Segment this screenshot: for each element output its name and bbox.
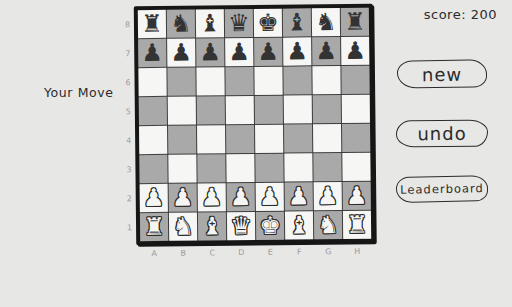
piece-white-rook[interactable]: ♜ — [143, 215, 165, 239]
piece-white-pawn[interactable]: ♟ — [143, 186, 165, 210]
square-h4[interactable] — [342, 124, 370, 152]
piece-white-knight[interactable]: ♞ — [317, 213, 339, 237]
square-a7[interactable]: ♟ — [138, 39, 166, 67]
leaderboard-button[interactable]: Leaderboard — [396, 175, 489, 203]
square-b6[interactable] — [167, 68, 195, 96]
piece-white-queen[interactable]: ♛ — [230, 214, 252, 238]
square-g2[interactable]: ♟ — [314, 182, 342, 210]
square-g4[interactable] — [313, 124, 341, 152]
square-h6[interactable] — [341, 66, 369, 94]
square-b7[interactable]: ♟ — [167, 39, 195, 67]
piece-black-rook[interactable]: ♜ — [344, 10, 366, 34]
rank-label-7: 7 — [121, 39, 134, 67]
piece-white-pawn[interactable]: ♟ — [317, 184, 339, 208]
rank-label-3: 3 — [122, 155, 135, 183]
file-labels: ABCDEFGH — [136, 247, 371, 258]
file-label-b: B — [169, 249, 197, 258]
square-d8[interactable]: ♛ — [225, 9, 253, 37]
rank-label-6: 6 — [121, 68, 134, 96]
square-e2[interactable]: ♟ — [256, 183, 284, 211]
status-your-move: Your Move — [44, 85, 114, 100]
piece-white-pawn[interactable]: ♟ — [288, 184, 310, 208]
square-c5[interactable] — [197, 96, 225, 124]
piece-white-pawn[interactable]: ♟ — [230, 185, 252, 209]
score-value: 200 — [471, 7, 497, 22]
piece-black-pawn[interactable]: ♟ — [315, 39, 337, 63]
square-h1[interactable]: ♜ — [343, 211, 371, 239]
file-label-a: A — [140, 249, 168, 258]
square-g5[interactable] — [313, 95, 341, 123]
piece-white-bishop[interactable]: ♝ — [201, 214, 223, 238]
square-h7[interactable]: ♟ — [341, 37, 369, 65]
square-c7[interactable]: ♟ — [196, 38, 224, 66]
square-d6[interactable] — [225, 67, 253, 95]
square-h3[interactable] — [342, 153, 370, 181]
square-d3[interactable] — [226, 154, 254, 182]
board-area: 87654321 ♜♞♝♛♚♝♞♜♟♟♟♟♟♟♟♟♟♟♟♟♟♟♟♟♜♞♝♛♚♝♞… — [121, 4, 375, 246]
square-h8[interactable]: ♜ — [341, 8, 369, 36]
piece-black-pawn[interactable]: ♟ — [286, 39, 308, 63]
piece-white-pawn[interactable]: ♟ — [259, 185, 281, 209]
square-f2[interactable]: ♟ — [285, 182, 313, 210]
square-b3[interactable] — [168, 155, 196, 183]
piece-white-rook[interactable]: ♜ — [346, 213, 368, 237]
square-e7[interactable]: ♟ — [254, 38, 282, 66]
square-f6[interactable] — [283, 66, 311, 94]
file-label-e: E — [256, 248, 284, 257]
square-g1[interactable]: ♞ — [314, 211, 342, 239]
piece-black-bishop[interactable]: ♝ — [286, 10, 308, 34]
score-label: score: — [424, 7, 466, 22]
piece-black-pawn[interactable]: ♟ — [199, 40, 221, 64]
piece-white-bishop[interactable]: ♝ — [288, 213, 310, 237]
square-c6[interactable] — [196, 67, 224, 95]
piece-black-queen[interactable]: ♛ — [228, 11, 250, 35]
file-label-h: H — [343, 247, 371, 256]
chess-board[interactable]: ♜♞♝♛♚♝♞♜♟♟♟♟♟♟♟♟♟♟♟♟♟♟♟♟♜♞♝♛♚♝♞♜ — [134, 4, 375, 245]
file-label-d: D — [227, 248, 255, 257]
square-b4[interactable] — [168, 126, 196, 154]
square-f3[interactable] — [284, 153, 312, 181]
square-c2[interactable]: ♟ — [198, 183, 226, 211]
square-c8[interactable]: ♝ — [196, 9, 224, 37]
file-label-f: F — [285, 247, 313, 256]
square-e5[interactable] — [255, 96, 283, 124]
piece-black-knight[interactable]: ♞ — [315, 10, 337, 34]
square-b8[interactable]: ♞ — [167, 10, 195, 38]
square-f7[interactable]: ♟ — [283, 37, 311, 65]
square-a3[interactable] — [139, 155, 167, 183]
square-h5[interactable] — [342, 95, 370, 123]
piece-black-pawn[interactable]: ♟ — [170, 41, 192, 65]
piece-white-pawn[interactable]: ♟ — [172, 186, 194, 210]
rank-label-1: 1 — [123, 213, 136, 241]
square-a4[interactable] — [139, 126, 167, 154]
square-c3[interactable] — [197, 154, 225, 182]
file-label-c: C — [198, 248, 226, 257]
square-d5[interactable] — [226, 96, 254, 124]
square-d1[interactable]: ♛ — [227, 212, 255, 240]
piece-black-pawn[interactable]: ♟ — [344, 39, 366, 63]
rank-label-8: 8 — [121, 10, 134, 38]
square-d2[interactable]: ♟ — [227, 183, 255, 211]
square-a1[interactable]: ♜ — [140, 213, 168, 241]
square-h2[interactable]: ♟ — [343, 182, 371, 210]
piece-black-bishop[interactable]: ♝ — [199, 11, 221, 35]
piece-black-pawn[interactable]: ♟ — [141, 41, 163, 65]
piece-white-pawn[interactable]: ♟ — [201, 185, 223, 209]
square-g6[interactable] — [312, 66, 340, 94]
square-d7[interactable]: ♟ — [225, 38, 253, 66]
square-a6[interactable] — [138, 68, 166, 96]
square-e6[interactable] — [254, 67, 282, 95]
piece-black-king[interactable]: ♚ — [257, 11, 279, 35]
rank-label-4: 4 — [122, 126, 135, 154]
square-a2[interactable]: ♟ — [140, 184, 168, 212]
file-label-g: G — [314, 247, 342, 256]
undo-button[interactable]: undo — [396, 120, 488, 148]
piece-black-knight[interactable]: ♞ — [170, 12, 192, 36]
square-e3[interactable] — [255, 154, 283, 182]
square-g8[interactable]: ♞ — [312, 8, 340, 36]
square-a8[interactable]: ♜ — [138, 10, 166, 38]
piece-black-rook[interactable]: ♜ — [141, 12, 163, 36]
new-button[interactable]: new — [397, 59, 487, 88]
rank-label-5: 5 — [122, 97, 135, 125]
square-g7[interactable]: ♟ — [312, 37, 340, 65]
square-b1[interactable]: ♞ — [169, 213, 197, 241]
piece-white-king[interactable]: ♚ — [259, 214, 281, 238]
piece-white-knight[interactable]: ♞ — [172, 215, 194, 239]
square-c1[interactable]: ♝ — [198, 212, 226, 240]
square-e4[interactable] — [255, 125, 283, 153]
square-e8[interactable]: ♚ — [254, 9, 282, 37]
square-e1[interactable]: ♚ — [256, 212, 284, 240]
square-b5[interactable] — [168, 97, 196, 125]
square-a5[interactable] — [139, 97, 167, 125]
piece-white-pawn[interactable]: ♟ — [346, 184, 368, 208]
square-d4[interactable] — [226, 125, 254, 153]
score-text: score: 200 — [424, 7, 497, 22]
square-g3[interactable] — [313, 153, 341, 181]
piece-black-pawn[interactable]: ♟ — [228, 40, 250, 64]
rank-label-2: 2 — [123, 184, 136, 212]
square-f4[interactable] — [284, 124, 312, 152]
square-f5[interactable] — [284, 95, 312, 123]
square-f1[interactable]: ♝ — [285, 211, 313, 239]
square-f8[interactable]: ♝ — [283, 8, 311, 36]
chess-app: Your Move score: 200 87654321 ♜♞♝♛♚♝♞♜♟♟… — [0, 0, 512, 307]
piece-black-pawn[interactable]: ♟ — [257, 40, 279, 64]
square-b2[interactable]: ♟ — [169, 184, 197, 212]
square-c4[interactable] — [197, 125, 225, 153]
